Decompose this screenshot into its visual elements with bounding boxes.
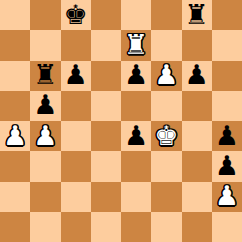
piece-black-king[interactable]: ♚ — [64, 1, 88, 28]
piece-white-pawn[interactable]: ♟ — [215, 182, 239, 209]
square-f7[interactable] — [151, 30, 181, 60]
piece-black-pawn[interactable]: ♟ — [124, 122, 148, 149]
square-f1[interactable] — [151, 212, 181, 242]
square-g5[interactable] — [182, 91, 212, 121]
square-d4[interactable] — [91, 121, 121, 151]
piece-white-king[interactable]: ♚ — [154, 122, 178, 149]
square-c3[interactable] — [61, 151, 91, 181]
square-h5[interactable] — [212, 91, 242, 121]
piece-black-pawn[interactable]: ♟ — [33, 91, 57, 118]
square-b6[interactable]: ♜ — [30, 61, 60, 91]
square-g7[interactable] — [182, 30, 212, 60]
square-c4[interactable] — [61, 121, 91, 151]
square-a7[interactable] — [0, 30, 30, 60]
piece-white-pawn[interactable]: ♟ — [3, 122, 27, 149]
square-a4[interactable]: ♟ — [0, 121, 30, 151]
square-g2[interactable] — [182, 182, 212, 212]
square-b2[interactable] — [30, 182, 60, 212]
square-g4[interactable] — [182, 121, 212, 151]
chess-board: ♚♜♜♜♟♟♟♟♟♟♟♟♚♟♟♟ — [0, 0, 242, 242]
piece-black-rook[interactable]: ♜ — [185, 1, 209, 28]
square-f8[interactable] — [151, 0, 181, 30]
square-e5[interactable] — [121, 91, 151, 121]
square-f5[interactable] — [151, 91, 181, 121]
square-d7[interactable] — [91, 30, 121, 60]
square-d8[interactable] — [91, 0, 121, 30]
square-b7[interactable] — [30, 30, 60, 60]
square-b1[interactable] — [30, 212, 60, 242]
square-f3[interactable] — [151, 151, 181, 181]
piece-black-pawn[interactable]: ♟ — [215, 122, 239, 149]
square-g3[interactable] — [182, 151, 212, 181]
square-e4[interactable]: ♟ — [121, 121, 151, 151]
square-c7[interactable] — [61, 30, 91, 60]
piece-white-pawn[interactable]: ♟ — [33, 122, 57, 149]
square-e6[interactable]: ♟ — [121, 61, 151, 91]
square-a1[interactable] — [0, 212, 30, 242]
square-d6[interactable] — [91, 61, 121, 91]
piece-white-rook[interactable]: ♜ — [124, 31, 148, 58]
piece-black-pawn[interactable]: ♟ — [185, 61, 209, 88]
piece-black-pawn[interactable]: ♟ — [64, 61, 88, 88]
square-e8[interactable] — [121, 0, 151, 30]
square-h1[interactable] — [212, 212, 242, 242]
square-c2[interactable] — [61, 182, 91, 212]
square-d3[interactable] — [91, 151, 121, 181]
square-e3[interactable] — [121, 151, 151, 181]
square-e7[interactable]: ♜ — [121, 30, 151, 60]
square-a3[interactable] — [0, 151, 30, 181]
square-g8[interactable]: ♜ — [182, 0, 212, 30]
square-a5[interactable] — [0, 91, 30, 121]
square-d5[interactable] — [91, 91, 121, 121]
square-f6[interactable]: ♟ — [151, 61, 181, 91]
square-h7[interactable] — [212, 30, 242, 60]
square-c5[interactable] — [61, 91, 91, 121]
square-a8[interactable] — [0, 0, 30, 30]
square-h8[interactable] — [212, 0, 242, 30]
square-b8[interactable] — [30, 0, 60, 30]
square-c8[interactable]: ♚ — [61, 0, 91, 30]
piece-black-pawn[interactable]: ♟ — [215, 152, 239, 179]
square-h2[interactable]: ♟ — [212, 182, 242, 212]
square-f4[interactable]: ♚ — [151, 121, 181, 151]
square-e1[interactable] — [121, 212, 151, 242]
square-a6[interactable] — [0, 61, 30, 91]
square-b4[interactable]: ♟ — [30, 121, 60, 151]
square-f2[interactable] — [151, 182, 181, 212]
square-d1[interactable] — [91, 212, 121, 242]
square-b5[interactable]: ♟ — [30, 91, 60, 121]
piece-black-rook[interactable]: ♜ — [33, 61, 57, 88]
square-h6[interactable] — [212, 61, 242, 91]
square-g6[interactable]: ♟ — [182, 61, 212, 91]
square-h3[interactable]: ♟ — [212, 151, 242, 181]
piece-black-pawn[interactable]: ♟ — [124, 61, 148, 88]
square-e2[interactable] — [121, 182, 151, 212]
piece-white-pawn[interactable]: ♟ — [154, 61, 178, 88]
square-c1[interactable] — [61, 212, 91, 242]
square-d2[interactable] — [91, 182, 121, 212]
square-b3[interactable] — [30, 151, 60, 181]
square-h4[interactable]: ♟ — [212, 121, 242, 151]
square-a2[interactable] — [0, 182, 30, 212]
square-c6[interactable]: ♟ — [61, 61, 91, 91]
square-g1[interactable] — [182, 212, 212, 242]
